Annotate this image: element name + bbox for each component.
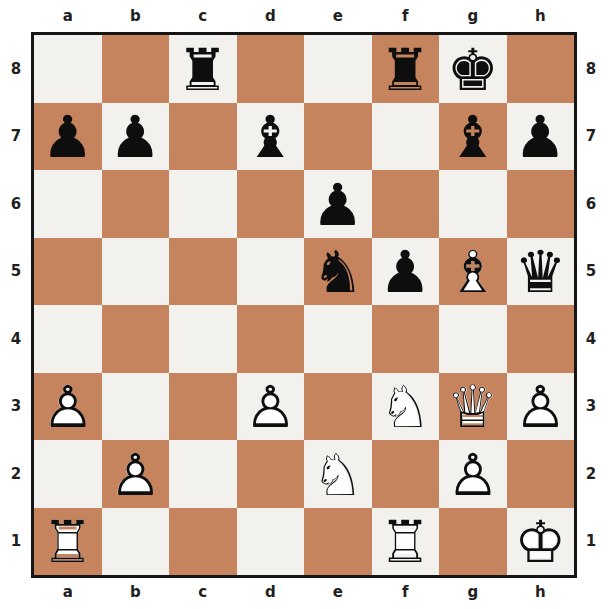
square-c2[interactable] — [169, 440, 237, 508]
square-c7[interactable] — [169, 103, 237, 171]
square-c4[interactable] — [169, 305, 237, 373]
piece-glyph: ♟ — [102, 108, 170, 166]
file-labels-top: abcdefgh — [34, 6, 574, 26]
square-h3[interactable]: ♟♙ — [507, 373, 575, 441]
piece-outline-layer: ♙ — [439, 445, 507, 503]
piece-glyph: ♟ — [34, 108, 102, 166]
piece-fill-layer: ♛ — [439, 378, 507, 436]
rank-label-7: 7 — [5, 103, 27, 171]
square-e1[interactable] — [304, 508, 372, 576]
square-a4[interactable] — [34, 305, 102, 373]
file-label-f: f — [372, 6, 440, 26]
square-e3[interactable] — [304, 373, 372, 441]
rank-label-3: 3 — [580, 373, 602, 441]
rank-label-2: 2 — [580, 440, 602, 508]
piece-outline-layer: ♖ — [372, 513, 440, 571]
piece-outline-layer: ♙ — [102, 445, 170, 503]
chess-diagram: abcdefgh 87654321 ♜♜♚♟♟♝♝♟♟♞♟♝♗♛♟♙♟♙♞♘♛♕… — [0, 0, 608, 609]
square-a2[interactable] — [34, 440, 102, 508]
rank-label-1: 1 — [580, 508, 602, 576]
square-f8[interactable]: ♜ — [372, 35, 440, 103]
square-h6[interactable] — [507, 170, 575, 238]
square-g4[interactable] — [439, 305, 507, 373]
square-f7[interactable] — [372, 103, 440, 171]
square-c5[interactable] — [169, 238, 237, 306]
rank-label-7: 7 — [580, 103, 602, 171]
square-c6[interactable] — [169, 170, 237, 238]
rank-label-5: 5 — [5, 238, 27, 306]
square-f5[interactable]: ♟ — [372, 238, 440, 306]
square-b6[interactable] — [102, 170, 170, 238]
square-f4[interactable] — [372, 305, 440, 373]
piece-outline-layer: ♙ — [34, 378, 102, 436]
square-e4[interactable] — [304, 305, 372, 373]
piece-glyph: ♟ — [372, 243, 440, 301]
file-label-g: g — [439, 6, 507, 26]
piece-outline-layer: ♙ — [237, 378, 305, 436]
piece-outline-layer: ♗ — [439, 243, 507, 301]
square-f1[interactable]: ♜♖ — [372, 508, 440, 576]
square-d8[interactable] — [237, 35, 305, 103]
square-a3[interactable]: ♟♙ — [34, 373, 102, 441]
piece-fill-layer: ♜ — [34, 513, 102, 571]
square-b8[interactable] — [102, 35, 170, 103]
square-a7[interactable]: ♟ — [34, 103, 102, 171]
square-d6[interactable] — [237, 170, 305, 238]
piece-outline-layer: ♘ — [372, 378, 440, 436]
square-a6[interactable] — [34, 170, 102, 238]
piece-glyph: ♟ — [304, 175, 372, 233]
piece-fill-layer: ♟ — [237, 378, 305, 436]
square-e7[interactable] — [304, 103, 372, 171]
file-label-f: f — [372, 582, 440, 602]
rank-labels-right: 87654321 — [580, 35, 602, 575]
rank-label-3: 3 — [5, 373, 27, 441]
square-g7[interactable]: ♝ — [439, 103, 507, 171]
square-d2[interactable] — [237, 440, 305, 508]
rank-label-6: 6 — [5, 170, 27, 238]
square-d7[interactable]: ♝ — [237, 103, 305, 171]
square-e2[interactable]: ♞♘ — [304, 440, 372, 508]
square-h7[interactable]: ♟ — [507, 103, 575, 171]
file-label-e: e — [304, 6, 372, 26]
square-c8[interactable]: ♜ — [169, 35, 237, 103]
rank-label-5: 5 — [580, 238, 602, 306]
file-label-g: g — [439, 582, 507, 602]
piece-outline-layer: ♘ — [304, 445, 372, 503]
rank-labels-left: 87654321 — [5, 35, 27, 575]
piece-outline-layer: ♖ — [34, 513, 102, 571]
piece-fill-layer: ♝ — [439, 243, 507, 301]
file-label-c: c — [169, 582, 237, 602]
rank-label-2: 2 — [5, 440, 27, 508]
square-c3[interactable] — [169, 373, 237, 441]
piece-glyph: ♟ — [507, 108, 575, 166]
piece-glyph: ♞ — [304, 243, 372, 301]
rank-label-8: 8 — [580, 35, 602, 103]
piece-outline-layer: ♕ — [439, 378, 507, 436]
piece-fill-layer: ♟ — [102, 445, 170, 503]
file-label-b: b — [102, 582, 170, 602]
square-b5[interactable] — [102, 238, 170, 306]
square-f2[interactable] — [372, 440, 440, 508]
square-h2[interactable] — [507, 440, 575, 508]
square-e6[interactable]: ♟ — [304, 170, 372, 238]
file-label-h: h — [507, 582, 575, 602]
piece-glyph: ♜ — [169, 40, 237, 98]
file-label-d: d — [237, 6, 305, 26]
square-h5[interactable]: ♛ — [507, 238, 575, 306]
square-a8[interactable] — [34, 35, 102, 103]
square-d4[interactable] — [237, 305, 305, 373]
file-label-a: a — [34, 582, 102, 602]
square-e5[interactable]: ♞ — [304, 238, 372, 306]
rank-label-4: 4 — [580, 305, 602, 373]
piece-glyph: ♝ — [439, 108, 507, 166]
piece-fill-layer: ♞ — [304, 445, 372, 503]
piece-fill-layer: ♜ — [372, 513, 440, 571]
file-label-e: e — [304, 582, 372, 602]
piece-fill-layer: ♚ — [507, 513, 575, 571]
file-label-a: a — [34, 6, 102, 26]
square-d1[interactable] — [237, 508, 305, 576]
piece-glyph: ♜ — [372, 40, 440, 98]
square-b4[interactable] — [102, 305, 170, 373]
file-labels-bottom: abcdefgh — [34, 582, 574, 602]
file-label-h: h — [507, 6, 575, 26]
piece-glyph: ♛ — [507, 243, 575, 301]
square-a1[interactable]: ♜♖ — [34, 508, 102, 576]
square-g1[interactable] — [439, 508, 507, 576]
square-g8[interactable]: ♚ — [439, 35, 507, 103]
file-label-b: b — [102, 6, 170, 26]
square-b1[interactable] — [102, 508, 170, 576]
square-b7[interactable]: ♟ — [102, 103, 170, 171]
square-h1[interactable]: ♚♔ — [507, 508, 575, 576]
square-g2[interactable]: ♟♙ — [439, 440, 507, 508]
square-d5[interactable] — [237, 238, 305, 306]
square-a5[interactable] — [34, 238, 102, 306]
square-f3[interactable]: ♞♘ — [372, 373, 440, 441]
file-label-c: c — [169, 6, 237, 26]
rank-label-1: 1 — [5, 508, 27, 576]
chess-board: ♜♜♚♟♟♝♝♟♟♞♟♝♗♛♟♙♟♙♞♘♛♕♟♙♟♙♞♘♟♙♜♖♜♖♚♔ — [31, 32, 577, 578]
rank-label-8: 8 — [5, 35, 27, 103]
square-f6[interactable] — [372, 170, 440, 238]
square-g5[interactable]: ♝♗ — [439, 238, 507, 306]
rank-label-6: 6 — [580, 170, 602, 238]
piece-glyph: ♚ — [439, 40, 507, 98]
square-h4[interactable] — [507, 305, 575, 373]
square-g3[interactable]: ♛♕ — [439, 373, 507, 441]
square-h8[interactable] — [507, 35, 575, 103]
square-b3[interactable] — [102, 373, 170, 441]
file-label-d: d — [237, 582, 305, 602]
square-d3[interactable]: ♟♙ — [237, 373, 305, 441]
piece-fill-layer: ♟ — [34, 378, 102, 436]
piece-glyph: ♝ — [237, 108, 305, 166]
square-c1[interactable] — [169, 508, 237, 576]
square-g6[interactable] — [439, 170, 507, 238]
rank-label-4: 4 — [5, 305, 27, 373]
square-b2[interactable]: ♟♙ — [102, 440, 170, 508]
piece-fill-layer: ♟ — [439, 445, 507, 503]
piece-outline-layer: ♔ — [507, 513, 575, 571]
square-e8[interactable] — [304, 35, 372, 103]
piece-fill-layer: ♟ — [507, 378, 575, 436]
piece-outline-layer: ♙ — [507, 378, 575, 436]
piece-fill-layer: ♞ — [372, 378, 440, 436]
